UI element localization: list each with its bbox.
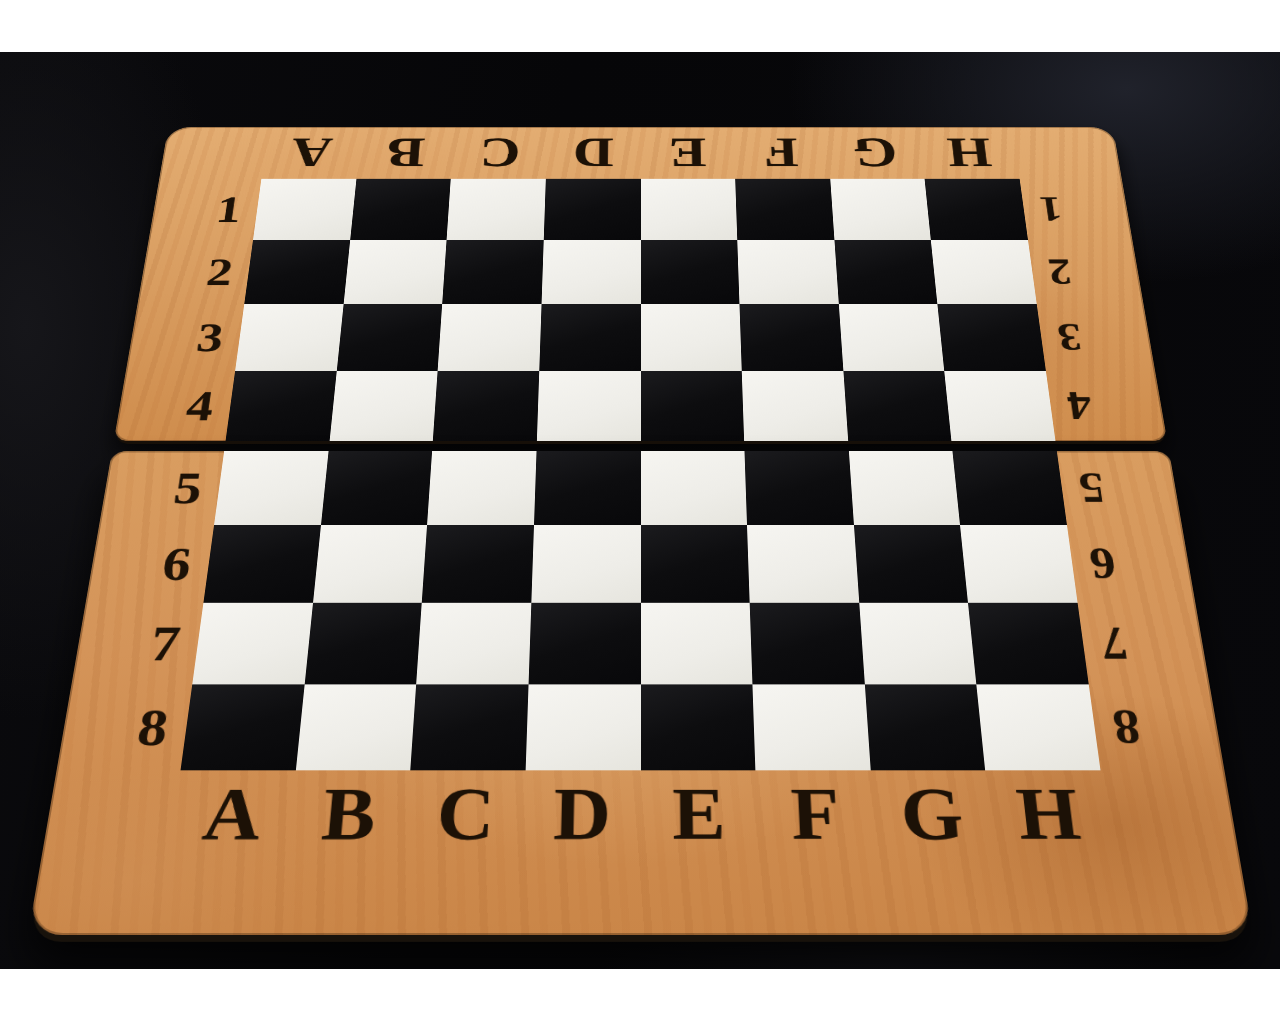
square-b1[interactable] (350, 179, 451, 240)
square-h3[interactable] (938, 304, 1046, 371)
squares-ranks-1-4 (226, 179, 1056, 441)
chessboard: ABCDEFGH 1234 1234 5678 5678 ABCDEFGH (28, 127, 1253, 935)
square-f2[interactable] (737, 240, 838, 304)
rank-label-8-left: 8 (57, 684, 193, 770)
file-label-d-top: D (546, 127, 641, 179)
rank-label-5-left-glyph: 5 (171, 465, 205, 511)
square-e6[interactable] (641, 525, 750, 603)
file-label-c-top-glyph: C (478, 132, 521, 174)
square-e1[interactable] (641, 179, 738, 240)
file-labels-top: ABCDEFGH (261, 127, 1019, 179)
letterbox-top (0, 0, 1280, 52)
square-d1[interactable] (544, 179, 641, 240)
rank-label-7-left: 7 (71, 603, 203, 685)
rank-label-8-right: 8 (1089, 684, 1225, 770)
rank-label-2-left-glyph: 2 (204, 252, 235, 292)
file-label-e-top-glyph: E (669, 132, 707, 174)
rank-label-5-right: 5 (1057, 451, 1182, 525)
backdrop-fabric: ABCDEFGH 1234 1234 5678 5678 ABCDEFGH (0, 52, 1280, 969)
photo-canvas: ABCDEFGH 1234 1234 5678 5678 ABCDEFGH (0, 0, 1280, 1024)
file-label-b-bottom-glyph: B (319, 777, 378, 851)
square-e2[interactable] (641, 240, 740, 304)
square-a5[interactable] (214, 451, 328, 525)
rank-label-7-right: 7 (1078, 603, 1210, 685)
rank-label-4-left: 4 (114, 371, 235, 441)
square-f6[interactable] (747, 525, 859, 603)
square-g4[interactable] (843, 371, 952, 441)
rank-label-3-left-glyph: 3 (194, 316, 226, 358)
file-label-f-top-glyph: F (763, 132, 799, 174)
file-labels-bottom: ABCDEFGH (158, 770, 1123, 935)
square-h6[interactable] (960, 525, 1077, 603)
rank-label-1-left-glyph: 1 (214, 190, 244, 228)
file-label-b-top: B (356, 127, 454, 179)
squares-ranks-5-8 (181, 451, 1101, 770)
square-c8[interactable] (411, 684, 529, 770)
letterbox-bottom (0, 969, 1280, 1024)
square-g6[interactable] (854, 525, 969, 603)
rank-label-6-left: 6 (86, 525, 214, 603)
square-a7[interactable] (192, 603, 312, 685)
square-g3[interactable] (839, 304, 945, 371)
file-label-g-top-glyph: G (852, 132, 899, 174)
rank-label-4-left-glyph: 4 (184, 384, 217, 427)
square-b8[interactable] (296, 684, 417, 770)
file-label-g-top: G (827, 127, 925, 179)
hinge-gap (112, 441, 1169, 451)
square-a6[interactable] (203, 525, 320, 603)
rank-label-4-right: 4 (1046, 371, 1167, 441)
file-label-d-bottom: D (520, 770, 641, 935)
file-label-f-bottom: F (755, 770, 881, 935)
rank-label-7-right-glyph: 7 (1098, 620, 1130, 666)
file-label-c-bottom-glyph: C (435, 777, 496, 851)
square-b3[interactable] (336, 304, 442, 371)
file-label-h-bottom: H (985, 770, 1123, 935)
square-c3[interactable] (438, 304, 542, 371)
file-label-c-bottom: C (399, 770, 525, 935)
rank-label-4-right-glyph: 4 (1065, 386, 1095, 425)
square-c1[interactable] (447, 179, 546, 240)
file-label-h-top: H (920, 127, 1020, 179)
square-f1[interactable] (735, 179, 834, 240)
rank-label-2-right-glyph: 2 (1046, 254, 1074, 290)
square-e5[interactable] (641, 451, 748, 525)
square-h5[interactable] (953, 451, 1067, 525)
rank-label-2-left: 2 (138, 240, 254, 304)
file-label-e-bottom-glyph: E (672, 777, 726, 851)
square-b7[interactable] (304, 603, 422, 685)
square-d6[interactable] (531, 525, 640, 603)
square-f8[interactable] (753, 684, 871, 770)
square-g5[interactable] (849, 451, 961, 525)
square-c6[interactable] (422, 525, 534, 603)
board-half-far: ABCDEFGH 1234 1234 (114, 127, 1168, 441)
file-label-g-bottom-glyph: G (898, 777, 966, 851)
rank-label-5-left: 5 (99, 451, 224, 525)
file-label-h-bottom-glyph: H (1013, 777, 1083, 851)
rank-label-2-right: 2 (1028, 240, 1144, 304)
square-a4[interactable] (226, 371, 337, 441)
square-f7[interactable] (750, 603, 865, 685)
file-label-a-bottom-glyph: A (199, 777, 265, 851)
square-b2[interactable] (343, 240, 446, 304)
square-b5[interactable] (321, 451, 433, 525)
square-c7[interactable] (416, 603, 531, 685)
file-label-f-bottom-glyph: F (789, 777, 841, 851)
rank-label-5-right-glyph: 5 (1076, 467, 1107, 508)
square-f4[interactable] (742, 371, 848, 441)
file-label-d-top-glyph: D (573, 132, 614, 174)
square-d4[interactable] (537, 371, 641, 441)
square-a1[interactable] (253, 179, 356, 240)
file-label-e-top: E (641, 127, 736, 179)
square-d8[interactable] (526, 684, 641, 770)
rank-label-3-right-glyph: 3 (1055, 318, 1084, 355)
file-label-d-bottom-glyph: D (553, 777, 611, 851)
rank-label-1-left: 1 (149, 179, 262, 240)
rank-label-7-left-glyph: 7 (147, 618, 183, 669)
file-label-a-top-glyph: A (289, 132, 335, 174)
square-h7[interactable] (968, 603, 1088, 685)
file-label-b-top-glyph: B (385, 132, 426, 174)
file-label-g-bottom: G (870, 770, 1002, 935)
square-g8[interactable] (865, 684, 986, 770)
square-c5[interactable] (427, 451, 536, 525)
square-d3[interactable] (539, 304, 640, 371)
square-f3[interactable] (740, 304, 844, 371)
rank-label-6-left-glyph: 6 (159, 540, 194, 588)
square-d7[interactable] (528, 603, 640, 685)
file-label-a-top: A (261, 127, 361, 179)
square-h2[interactable] (931, 240, 1037, 304)
file-label-b-bottom: B (279, 770, 411, 935)
square-g1[interactable] (830, 179, 931, 240)
square-a2[interactable] (244, 240, 350, 304)
rank-label-8-left-glyph: 8 (134, 700, 171, 753)
square-c2[interactable] (442, 240, 543, 304)
file-label-c-top: C (451, 127, 548, 179)
square-e3[interactable] (641, 304, 742, 371)
file-label-f-top: F (734, 127, 831, 179)
file-label-a-bottom: A (158, 770, 296, 935)
rank-label-1-right: 1 (1020, 179, 1133, 240)
square-h8[interactable] (977, 684, 1101, 770)
rank-label-8-right-glyph: 8 (1110, 703, 1143, 751)
square-b4[interactable] (329, 371, 438, 441)
square-d5[interactable] (534, 451, 641, 525)
square-a3[interactable] (235, 304, 343, 371)
square-g2[interactable] (834, 240, 937, 304)
rank-label-1-right-glyph: 1 (1037, 192, 1064, 226)
square-c4[interactable] (433, 371, 539, 441)
rank-label-6-right-glyph: 6 (1087, 542, 1118, 586)
rank-label-3-left: 3 (126, 304, 244, 371)
square-a8[interactable] (181, 684, 305, 770)
square-f5[interactable] (745, 451, 854, 525)
square-h4[interactable] (945, 371, 1056, 441)
file-label-e-bottom: E (641, 770, 762, 935)
square-g7[interactable] (859, 603, 977, 685)
square-d2[interactable] (541, 240, 640, 304)
rank-label-6-right: 6 (1067, 525, 1195, 603)
board-half-near: 5678 5678 ABCDEFGH (28, 451, 1253, 935)
square-e7[interactable] (641, 603, 753, 685)
square-h1[interactable] (925, 179, 1028, 240)
rank-label-3-right: 3 (1037, 304, 1155, 371)
square-b6[interactable] (313, 525, 428, 603)
square-e8[interactable] (641, 684, 756, 770)
square-e4[interactable] (641, 371, 745, 441)
file-label-h-top-glyph: H (945, 132, 994, 174)
